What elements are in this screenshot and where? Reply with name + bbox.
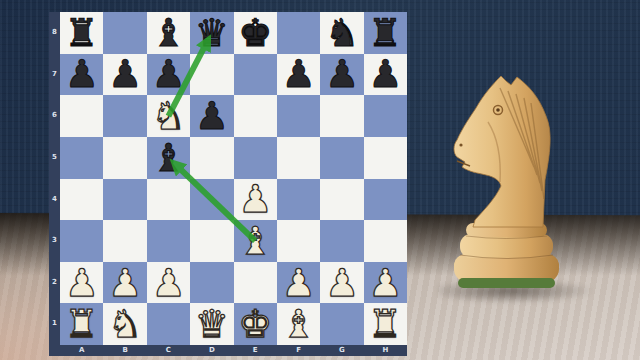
rank-label-8: 8 bbox=[49, 12, 60, 54]
square-a4[interactable] bbox=[60, 179, 103, 221]
square-h7[interactable]: ♟ bbox=[364, 54, 407, 96]
square-c8[interactable]: ♝ bbox=[147, 12, 190, 54]
square-d8[interactable]: ♛ bbox=[190, 12, 233, 54]
square-c6[interactable]: ♞ bbox=[147, 95, 190, 137]
square-h8[interactable]: ♜ bbox=[364, 12, 407, 54]
square-g4[interactable] bbox=[320, 179, 363, 221]
square-f2[interactable]: ♟ bbox=[277, 262, 320, 304]
piece-white-pawn-c2[interactable]: ♟ bbox=[151, 264, 185, 302]
piece-black-queen-d8[interactable]: ♛ bbox=[195, 14, 229, 52]
square-e6[interactable] bbox=[234, 95, 277, 137]
piece-black-rook-a8[interactable]: ♜ bbox=[65, 14, 99, 52]
piece-black-bishop-c8[interactable]: ♝ bbox=[151, 14, 185, 52]
square-h3[interactable] bbox=[364, 220, 407, 262]
square-h2[interactable]: ♟ bbox=[364, 262, 407, 304]
piece-black-pawn-a7[interactable]: ♟ bbox=[65, 55, 99, 93]
rank-label-7: 7 bbox=[49, 54, 60, 96]
square-b1[interactable]: ♞ bbox=[103, 303, 146, 345]
square-b8[interactable] bbox=[103, 12, 146, 54]
knight-nostril bbox=[459, 143, 462, 146]
file-label-b: B bbox=[103, 345, 146, 356]
file-label-c: C bbox=[147, 345, 190, 356]
square-e8[interactable]: ♚ bbox=[234, 12, 277, 54]
square-e5[interactable] bbox=[234, 137, 277, 179]
square-e7[interactable] bbox=[234, 54, 277, 96]
file-label-a: A bbox=[60, 345, 103, 356]
square-a8[interactable]: ♜ bbox=[60, 12, 103, 54]
file-label-d: D bbox=[190, 345, 233, 356]
rank-label-4: 4 bbox=[49, 179, 60, 221]
square-e2[interactable] bbox=[234, 262, 277, 304]
square-e4[interactable]: ♟ bbox=[234, 179, 277, 221]
piece-white-bishop-f1[interactable]: ♝ bbox=[282, 305, 316, 343]
square-b7[interactable]: ♟ bbox=[103, 54, 146, 96]
piece-white-bishop-e3[interactable]: ♝ bbox=[238, 222, 272, 260]
knight-base-felt bbox=[458, 278, 555, 288]
file-label-g: G bbox=[320, 345, 363, 356]
piece-white-pawn-h2[interactable]: ♟ bbox=[368, 264, 402, 302]
square-c1[interactable] bbox=[147, 303, 190, 345]
square-b2[interactable]: ♟ bbox=[103, 262, 146, 304]
rank-label-6: 6 bbox=[49, 95, 60, 137]
piece-white-king-e1[interactable]: ♚ bbox=[238, 305, 272, 343]
piece-white-rook-a1[interactable]: ♜ bbox=[65, 305, 99, 343]
square-g6[interactable] bbox=[320, 95, 363, 137]
piece-white-rook-h1[interactable]: ♜ bbox=[368, 305, 402, 343]
square-a5[interactable] bbox=[60, 137, 103, 179]
square-b4[interactable] bbox=[103, 179, 146, 221]
square-f3[interactable] bbox=[277, 220, 320, 262]
knight-head-silhouette bbox=[454, 76, 550, 227]
piece-white-pawn-a2[interactable]: ♟ bbox=[65, 264, 99, 302]
square-g7[interactable]: ♟ bbox=[320, 54, 363, 96]
square-c2[interactable]: ♟ bbox=[147, 262, 190, 304]
piece-white-pawn-g2[interactable]: ♟ bbox=[325, 264, 359, 302]
square-a7[interactable]: ♟ bbox=[60, 54, 103, 96]
rank-label-2: 2 bbox=[49, 262, 60, 304]
square-b6[interactable] bbox=[103, 95, 146, 137]
chess-board: ♜♝♛♚♞♜♟♟♟♟♟♟♞♟♝♟♝♟♟♟♟♟♟♜♞♛♚♝♜ 87654321AB… bbox=[49, 12, 407, 356]
piece-black-pawn-h7[interactable]: ♟ bbox=[368, 55, 402, 93]
rank-label-1: 1 bbox=[49, 303, 60, 345]
piece-black-rook-h8[interactable]: ♜ bbox=[368, 14, 402, 52]
square-h4[interactable] bbox=[364, 179, 407, 221]
file-label-e: E bbox=[234, 345, 277, 356]
square-a3[interactable] bbox=[60, 220, 103, 262]
square-d4[interactable] bbox=[190, 179, 233, 221]
square-c4[interactable] bbox=[147, 179, 190, 221]
square-c5[interactable]: ♝ bbox=[147, 137, 190, 179]
square-a2[interactable]: ♟ bbox=[60, 262, 103, 304]
square-f7[interactable]: ♟ bbox=[277, 54, 320, 96]
piece-black-bishop-c5[interactable]: ♝ bbox=[151, 139, 185, 177]
square-d5[interactable] bbox=[190, 137, 233, 179]
piece-white-pawn-e4[interactable]: ♟ bbox=[238, 180, 272, 218]
file-label-f: F bbox=[277, 345, 320, 356]
square-g3[interactable] bbox=[320, 220, 363, 262]
rank-label-3: 3 bbox=[49, 220, 60, 262]
piece-black-king-e8[interactable]: ♚ bbox=[238, 14, 272, 52]
piece-black-pawn-d6[interactable]: ♟ bbox=[195, 97, 229, 135]
piece-black-pawn-g7[interactable]: ♟ bbox=[325, 55, 359, 93]
piece-white-pawn-f2[interactable]: ♟ bbox=[282, 264, 316, 302]
piece-white-queen-d1[interactable]: ♛ bbox=[195, 305, 229, 343]
wooden-knight-photo bbox=[444, 62, 569, 294]
square-f5[interactable] bbox=[277, 137, 320, 179]
square-h1[interactable]: ♜ bbox=[364, 303, 407, 345]
square-g5[interactable] bbox=[320, 137, 363, 179]
square-h5[interactable] bbox=[364, 137, 407, 179]
file-label-h: H bbox=[364, 345, 407, 356]
square-c7[interactable]: ♟ bbox=[147, 54, 190, 96]
square-f8[interactable] bbox=[277, 12, 320, 54]
square-g8[interactable]: ♞ bbox=[320, 12, 363, 54]
piece-black-pawn-c7[interactable]: ♟ bbox=[151, 55, 185, 93]
square-d2[interactable] bbox=[190, 262, 233, 304]
piece-white-pawn-b2[interactable]: ♟ bbox=[108, 264, 142, 302]
piece-black-knight-g8[interactable]: ♞ bbox=[325, 14, 359, 52]
square-d6[interactable]: ♟ bbox=[190, 95, 233, 137]
knight-base-cove bbox=[460, 234, 553, 258]
square-h6[interactable] bbox=[364, 95, 407, 137]
piece-black-pawn-b7[interactable]: ♟ bbox=[108, 55, 142, 93]
piece-white-knight-b1[interactable]: ♞ bbox=[108, 305, 142, 343]
square-b5[interactable] bbox=[103, 137, 146, 179]
chess-board-squares: ♜♝♛♚♞♜♟♟♟♟♟♟♞♟♝♟♝♟♟♟♟♟♟♜♞♛♚♝♜ bbox=[60, 12, 407, 345]
square-b3[interactable] bbox=[103, 220, 146, 262]
square-d3[interactable] bbox=[190, 220, 233, 262]
square-f6[interactable] bbox=[277, 95, 320, 137]
square-d1[interactable]: ♛ bbox=[190, 303, 233, 345]
square-a6[interactable] bbox=[60, 95, 103, 137]
square-e3[interactable]: ♝ bbox=[234, 220, 277, 262]
square-g2[interactable]: ♟ bbox=[320, 262, 363, 304]
square-f4[interactable] bbox=[277, 179, 320, 221]
square-a1[interactable]: ♜ bbox=[60, 303, 103, 345]
piece-white-knight-c6[interactable]: ♞ bbox=[151, 97, 185, 135]
piece-black-pawn-f7[interactable]: ♟ bbox=[282, 55, 316, 93]
square-f1[interactable]: ♝ bbox=[277, 303, 320, 345]
square-d7[interactable] bbox=[190, 54, 233, 96]
video-frame: ♜♝♛♚♞♜♟♟♟♟♟♟♞♟♝♟♝♟♟♟♟♟♟♜♞♛♚♝♜ 87654321AB… bbox=[0, 0, 640, 360]
square-c3[interactable] bbox=[147, 220, 190, 262]
square-g1[interactable] bbox=[320, 303, 363, 345]
square-e1[interactable]: ♚ bbox=[234, 303, 277, 345]
rank-label-5: 5 bbox=[49, 137, 60, 179]
